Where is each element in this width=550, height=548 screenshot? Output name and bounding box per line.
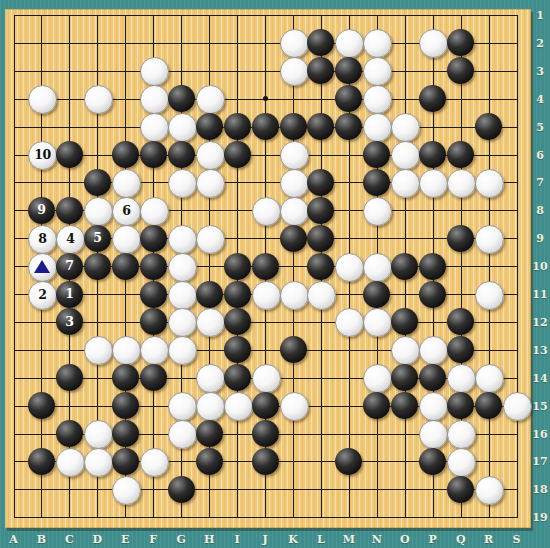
black-stone-F11 bbox=[140, 281, 167, 308]
column-label-D: D bbox=[93, 533, 103, 546]
white-stone-R9 bbox=[475, 225, 504, 254]
black-stone-E15 bbox=[112, 392, 139, 419]
column-label-K: K bbox=[288, 533, 298, 546]
white-stone-K3 bbox=[280, 57, 309, 86]
white-stone-D8 bbox=[84, 197, 113, 226]
black-stone-E16 bbox=[112, 420, 139, 447]
white-stone-G12 bbox=[168, 308, 197, 337]
column-label-J: J bbox=[262, 533, 267, 546]
column-label-E: E bbox=[121, 533, 129, 546]
black-stone-H5 bbox=[196, 113, 223, 140]
grid-line-horizontal bbox=[14, 517, 518, 518]
row-label-11: 11 bbox=[532, 288, 547, 301]
black-stone-H17 bbox=[196, 448, 223, 475]
black-stone-P6 bbox=[419, 141, 446, 168]
row-label-16: 16 bbox=[532, 427, 547, 440]
black-stone-F6 bbox=[140, 141, 167, 168]
black-stone-C10: 7 bbox=[56, 253, 83, 280]
white-stone-E13 bbox=[112, 336, 141, 365]
black-stone-F10 bbox=[140, 253, 167, 280]
black-stone-I12 bbox=[224, 308, 251, 335]
black-stone-G18 bbox=[168, 476, 195, 503]
white-stone-Q16 bbox=[447, 420, 476, 449]
white-stone-B4 bbox=[28, 85, 57, 114]
row-label-18: 18 bbox=[532, 483, 547, 496]
black-stone-I11 bbox=[224, 281, 251, 308]
white-stone-H6 bbox=[196, 141, 225, 170]
white-stone-P13 bbox=[419, 336, 448, 365]
white-stone-G15 bbox=[168, 392, 197, 421]
white-stone-F13 bbox=[140, 336, 169, 365]
white-stone-I15 bbox=[224, 392, 253, 421]
black-stone-N6 bbox=[363, 141, 390, 168]
black-stone-G6 bbox=[168, 141, 195, 168]
row-label-9: 9 bbox=[536, 232, 544, 245]
white-stone-G5 bbox=[168, 113, 197, 142]
white-stone-G16 bbox=[168, 420, 197, 449]
black-stone-J16 bbox=[252, 420, 279, 447]
column-label-B: B bbox=[37, 533, 46, 546]
black-stone-P4 bbox=[419, 85, 446, 112]
white-stone-H4 bbox=[196, 85, 225, 114]
black-stone-M17 bbox=[335, 448, 362, 475]
white-stone-N8 bbox=[363, 197, 392, 226]
black-stone-P10 bbox=[419, 253, 446, 280]
white-stone-L11 bbox=[307, 281, 336, 310]
white-stone-H14 bbox=[196, 364, 225, 393]
black-stone-I13 bbox=[224, 336, 251, 363]
black-stone-B15 bbox=[28, 392, 55, 419]
black-stone-Q13 bbox=[447, 336, 474, 363]
white-stone-R14 bbox=[475, 364, 504, 393]
black-stone-Q3 bbox=[447, 57, 474, 84]
white-stone-B11: 2 bbox=[28, 281, 57, 310]
grid-line-vertical bbox=[293, 15, 294, 518]
black-stone-F9 bbox=[140, 225, 167, 252]
go-app-window: 10968457213 ABCDEFGHIJKLMNOPQRS123456789… bbox=[0, 0, 550, 548]
move-number-1: 1 bbox=[65, 288, 73, 301]
white-stone-H7 bbox=[196, 169, 225, 198]
black-stone-K9 bbox=[280, 225, 307, 252]
white-stone-E9 bbox=[112, 225, 141, 254]
black-stone-L10 bbox=[307, 253, 334, 280]
white-stone-J14 bbox=[252, 364, 281, 393]
black-stone-J5 bbox=[252, 113, 279, 140]
white-stone-R18 bbox=[475, 476, 504, 505]
white-stone-P2 bbox=[419, 29, 448, 58]
white-stone-G9 bbox=[168, 225, 197, 254]
white-stone-B6: 10 bbox=[28, 141, 57, 170]
black-stone-O12 bbox=[391, 308, 418, 335]
black-stone-E17 bbox=[112, 448, 139, 475]
grid-line-horizontal bbox=[14, 489, 518, 490]
white-stone-F3 bbox=[140, 57, 169, 86]
white-stone-G13 bbox=[168, 336, 197, 365]
black-stone-O15 bbox=[391, 392, 418, 419]
black-stone-J15 bbox=[252, 392, 279, 419]
row-label-10: 10 bbox=[532, 260, 547, 273]
black-stone-J17 bbox=[252, 448, 279, 475]
black-stone-H11 bbox=[196, 281, 223, 308]
row-label-13: 13 bbox=[532, 343, 547, 356]
black-stone-E14 bbox=[112, 364, 139, 391]
white-stone-E18 bbox=[112, 476, 141, 505]
column-label-R: R bbox=[484, 533, 493, 546]
white-stone-O7 bbox=[391, 169, 420, 198]
column-label-C: C bbox=[65, 533, 74, 546]
white-stone-H9 bbox=[196, 225, 225, 254]
black-stone-N15 bbox=[363, 392, 390, 419]
black-stone-O10 bbox=[391, 253, 418, 280]
black-stone-I10 bbox=[224, 253, 251, 280]
black-stone-R15 bbox=[475, 392, 502, 419]
white-stone-D17 bbox=[84, 448, 113, 477]
white-stone-E8: 6 bbox=[112, 197, 141, 226]
black-stone-Q9 bbox=[447, 225, 474, 252]
white-stone-G11 bbox=[168, 281, 197, 310]
white-stone-S15 bbox=[503, 392, 532, 421]
row-label-4: 4 bbox=[536, 92, 544, 105]
black-stone-J10 bbox=[252, 253, 279, 280]
white-stone-N2 bbox=[363, 29, 392, 58]
white-stone-E7 bbox=[112, 169, 141, 198]
row-label-5: 5 bbox=[536, 120, 544, 133]
black-stone-D10 bbox=[84, 253, 111, 280]
move-number-7: 7 bbox=[65, 260, 73, 273]
go-board[interactable]: 10968457213 bbox=[5, 9, 531, 528]
row-label-7: 7 bbox=[536, 176, 544, 189]
column-label-A: A bbox=[9, 533, 18, 546]
row-label-14: 14 bbox=[532, 371, 547, 384]
black-stone-C6 bbox=[56, 141, 83, 168]
black-stone-Q12 bbox=[447, 308, 474, 335]
row-label-6: 6 bbox=[536, 148, 544, 161]
black-stone-C16 bbox=[56, 420, 83, 447]
white-stone-O5 bbox=[391, 113, 420, 142]
column-label-L: L bbox=[317, 533, 325, 546]
white-stone-Q17 bbox=[447, 448, 476, 477]
white-stone-R7 bbox=[475, 169, 504, 198]
move-number-5: 5 bbox=[93, 232, 101, 245]
white-stone-R11 bbox=[475, 281, 504, 310]
white-stone-K8 bbox=[280, 197, 309, 226]
white-stone-Q14 bbox=[447, 364, 476, 393]
row-label-12: 12 bbox=[532, 315, 547, 328]
white-stone-P16 bbox=[419, 420, 448, 449]
white-stone-K15 bbox=[280, 392, 309, 421]
column-label-N: N bbox=[372, 533, 382, 546]
black-stone-Q15 bbox=[447, 392, 474, 419]
white-stone-J8 bbox=[252, 197, 281, 226]
white-stone-C9: 4 bbox=[56, 225, 85, 254]
black-stone-E6 bbox=[112, 141, 139, 168]
grid-line-horizontal bbox=[14, 322, 518, 323]
grid-line-vertical bbox=[517, 15, 518, 518]
black-stone-O14 bbox=[391, 364, 418, 391]
black-stone-C11: 1 bbox=[56, 281, 83, 308]
black-stone-B17 bbox=[28, 448, 55, 475]
white-stone-D13 bbox=[84, 336, 113, 365]
row-label-17: 17 bbox=[532, 455, 547, 468]
black-stone-P14 bbox=[419, 364, 446, 391]
star-point bbox=[263, 96, 268, 101]
white-stone-N5 bbox=[363, 113, 392, 142]
black-stone-B8: 9 bbox=[28, 197, 55, 224]
black-stone-C8 bbox=[56, 197, 83, 224]
white-stone-O6 bbox=[391, 141, 420, 170]
white-stone-N10 bbox=[363, 253, 392, 282]
black-stone-I6 bbox=[224, 141, 251, 168]
black-stone-R5 bbox=[475, 113, 502, 140]
column-label-S: S bbox=[513, 533, 521, 546]
black-stone-L3 bbox=[307, 57, 334, 84]
row-label-15: 15 bbox=[532, 399, 547, 412]
triangle-marker bbox=[34, 260, 50, 273]
black-stone-L5 bbox=[307, 113, 334, 140]
black-stone-P11 bbox=[419, 281, 446, 308]
grid-line-vertical bbox=[489, 15, 490, 518]
white-stone-N14 bbox=[363, 364, 392, 393]
black-stone-P17 bbox=[419, 448, 446, 475]
black-stone-Q2 bbox=[447, 29, 474, 56]
move-number-8: 8 bbox=[38, 233, 46, 246]
white-stone-B9: 8 bbox=[28, 225, 57, 254]
white-stone-K6 bbox=[280, 141, 309, 170]
black-stone-F14 bbox=[140, 364, 167, 391]
black-stone-Q6 bbox=[447, 141, 474, 168]
white-stone-C17 bbox=[56, 448, 85, 477]
move-number-3: 3 bbox=[65, 316, 73, 329]
white-stone-K11 bbox=[280, 281, 309, 310]
white-stone-H12 bbox=[196, 308, 225, 337]
black-stone-L8 bbox=[307, 197, 334, 224]
black-stone-G4 bbox=[168, 85, 195, 112]
black-stone-M5 bbox=[335, 113, 362, 140]
white-stone-P7 bbox=[419, 169, 448, 198]
black-stone-N7 bbox=[363, 169, 390, 196]
black-stone-C14 bbox=[56, 364, 83, 391]
white-stone-P15 bbox=[419, 392, 448, 421]
column-label-H: H bbox=[204, 533, 214, 546]
white-stone-N4 bbox=[363, 85, 392, 114]
column-label-M: M bbox=[343, 533, 355, 546]
white-stone-M12 bbox=[335, 308, 364, 337]
white-stone-N3 bbox=[363, 57, 392, 86]
black-stone-H16 bbox=[196, 420, 223, 447]
black-stone-L2 bbox=[307, 29, 334, 56]
white-stone-D4 bbox=[84, 85, 113, 114]
move-number-10: 10 bbox=[34, 149, 50, 162]
column-label-I: I bbox=[235, 533, 240, 546]
white-stone-K7 bbox=[280, 169, 309, 198]
white-stone-F4 bbox=[140, 85, 169, 114]
row-label-3: 3 bbox=[536, 64, 544, 77]
black-stone-M3 bbox=[335, 57, 362, 84]
white-stone-F5 bbox=[140, 113, 169, 142]
white-stone-F17 bbox=[140, 448, 169, 477]
black-stone-C12: 3 bbox=[56, 308, 83, 335]
black-stone-M4 bbox=[335, 85, 362, 112]
column-label-G: G bbox=[176, 533, 185, 546]
white-stone-G7 bbox=[168, 169, 197, 198]
row-label-2: 2 bbox=[536, 36, 544, 49]
black-stone-F12 bbox=[140, 308, 167, 335]
move-number-6: 6 bbox=[122, 205, 130, 218]
white-stone-O13 bbox=[391, 336, 420, 365]
column-label-Q: Q bbox=[456, 533, 466, 546]
black-stone-N11 bbox=[363, 281, 390, 308]
white-stone-H15 bbox=[196, 392, 225, 421]
column-label-F: F bbox=[149, 533, 157, 546]
row-label-8: 8 bbox=[536, 204, 544, 217]
move-number-9: 9 bbox=[37, 204, 45, 217]
black-stone-I5 bbox=[224, 113, 251, 140]
white-stone-J11 bbox=[252, 281, 281, 310]
white-stone-N12 bbox=[363, 308, 392, 337]
black-stone-D7 bbox=[84, 169, 111, 196]
white-stone-G10 bbox=[168, 253, 197, 282]
column-label-O: O bbox=[400, 533, 410, 546]
black-stone-L7 bbox=[307, 169, 334, 196]
white-stone-F8 bbox=[140, 197, 169, 226]
black-stone-I14 bbox=[224, 364, 251, 391]
black-stone-K13 bbox=[280, 336, 307, 363]
black-stone-Q18 bbox=[447, 476, 474, 503]
black-stone-D9: 5 bbox=[84, 225, 111, 252]
white-stone-D16 bbox=[84, 420, 113, 449]
black-stone-E10 bbox=[112, 253, 139, 280]
move-number-4: 4 bbox=[66, 233, 74, 246]
row-label-19: 19 bbox=[532, 511, 547, 524]
white-stone-M10 bbox=[335, 253, 364, 282]
black-stone-L9 bbox=[307, 225, 334, 252]
white-stone-B10 bbox=[28, 253, 57, 282]
black-stone-K5 bbox=[280, 113, 307, 140]
white-stone-K2 bbox=[280, 29, 309, 58]
white-stone-Q7 bbox=[447, 169, 476, 198]
white-stone-M2 bbox=[335, 29, 364, 58]
column-label-P: P bbox=[429, 533, 437, 546]
row-label-1: 1 bbox=[536, 9, 544, 22]
move-number-2: 2 bbox=[38, 289, 46, 302]
